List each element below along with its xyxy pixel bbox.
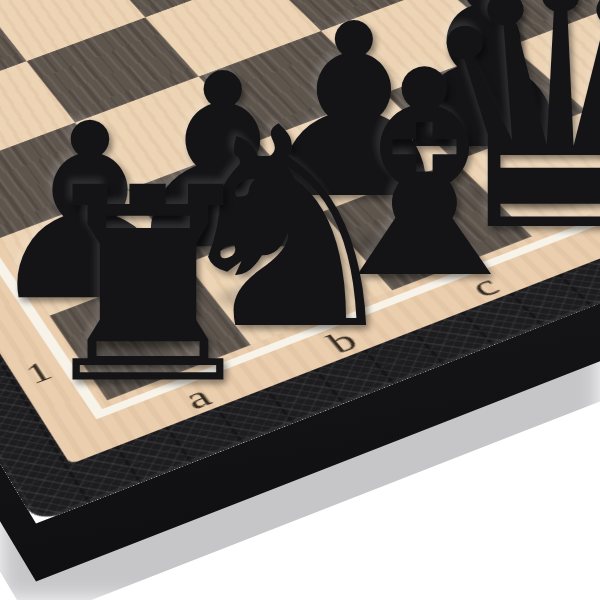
pieces-layer: ♟♟♛♟♝♟♞♜ (0, 0, 600, 600)
piece-black-rook-a1[interactable]: ♜ (28, 152, 268, 420)
photo-stage: a1b2c3d4e5f6g7h8 ♟♟♛♟♝♟♞♜ (0, 0, 600, 600)
